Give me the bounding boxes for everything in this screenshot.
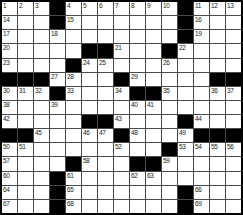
clue-number-5: 5 bbox=[83, 2, 86, 9]
cell-r2c1[interactable]: 14 bbox=[2, 16, 17, 29]
clue-number-22: 22 bbox=[179, 44, 186, 51]
cell-r1c15[interactable]: 13 bbox=[226, 2, 241, 15]
cell-r3c10[interactable] bbox=[146, 30, 161, 43]
cell-r7c5[interactable]: 33 bbox=[66, 87, 81, 100]
cell-r3c2[interactable] bbox=[18, 30, 33, 43]
cell-r13c2[interactable] bbox=[18, 172, 33, 185]
black-cell-r1c12 bbox=[178, 2, 193, 15]
cell-r2c15[interactable] bbox=[226, 16, 241, 29]
cell-r13c5[interactable]: 61 bbox=[66, 172, 81, 185]
cell-r10c4[interactable] bbox=[50, 129, 65, 142]
cell-r15c15[interactable] bbox=[226, 200, 241, 213]
cell-r11c14[interactable]: 55 bbox=[210, 143, 225, 156]
cell-r8c4[interactable]: 39 bbox=[50, 101, 65, 114]
cell-r2c6[interactable] bbox=[82, 16, 97, 29]
black-cell-r12c9 bbox=[130, 157, 145, 170]
cell-r2c7[interactable] bbox=[98, 16, 113, 29]
black-cell-r1c4 bbox=[50, 2, 65, 15]
cell-r6c9[interactable]: 29 bbox=[130, 73, 145, 86]
clue-number-69: 69 bbox=[195, 200, 202, 207]
cell-r6c11[interactable] bbox=[162, 73, 177, 86]
black-cell-r9c7 bbox=[98, 115, 113, 128]
cell-r2c5[interactable]: 15 bbox=[66, 16, 81, 29]
cell-r4c14[interactable] bbox=[210, 44, 225, 57]
cell-r3c4[interactable]: 18 bbox=[50, 30, 65, 43]
cell-r15c2[interactable] bbox=[18, 200, 33, 213]
black-cell-r14c4 bbox=[50, 186, 65, 199]
clue-number-10: 10 bbox=[163, 2, 170, 9]
cell-r9c1[interactable]: 42 bbox=[2, 115, 17, 128]
cell-r7c6[interactable] bbox=[82, 87, 97, 100]
black-cell-r9c6 bbox=[82, 115, 97, 128]
black-cell-r6c14 bbox=[210, 73, 225, 86]
black-cell-r14c12 bbox=[178, 186, 193, 199]
cell-r14c5[interactable]: 65 bbox=[66, 186, 81, 199]
clue-number-67: 67 bbox=[3, 200, 10, 207]
cell-r5c8[interactable] bbox=[114, 59, 129, 72]
cell-r4c12[interactable]: 22 bbox=[178, 44, 193, 57]
cell-r14c9[interactable] bbox=[130, 186, 145, 199]
clue-number-54: 54 bbox=[195, 143, 202, 150]
cell-r10c12[interactable]: 49 bbox=[178, 129, 193, 142]
cell-r11c12[interactable]: 53 bbox=[178, 143, 193, 156]
cell-r2c14[interactable] bbox=[210, 16, 225, 29]
cell-r10c7[interactable]: 47 bbox=[98, 129, 113, 142]
cell-r15c5[interactable]: 68 bbox=[66, 200, 81, 213]
black-cell-r10c8 bbox=[114, 129, 129, 142]
cell-r12c13[interactable] bbox=[194, 157, 209, 170]
clue-number-45: 45 bbox=[35, 129, 42, 136]
cell-r5c7[interactable]: 25 bbox=[98, 59, 113, 72]
cell-r9c4[interactable] bbox=[50, 115, 65, 128]
cell-r5c11[interactable]: 26 bbox=[162, 59, 177, 72]
cell-r15c8[interactable] bbox=[114, 200, 129, 213]
clue-number-26: 26 bbox=[163, 59, 170, 66]
cell-r3c8[interactable] bbox=[114, 30, 129, 43]
cell-r13c10[interactable]: 63 bbox=[146, 172, 161, 185]
cell-r13c9[interactable]: 62 bbox=[130, 172, 145, 185]
cell-r14c8[interactable] bbox=[114, 186, 129, 199]
clue-number-42: 42 bbox=[3, 115, 10, 122]
clue-number-53: 53 bbox=[179, 143, 186, 150]
cell-r5c15[interactable] bbox=[226, 59, 241, 72]
cell-r15c3[interactable] bbox=[34, 200, 49, 213]
cell-r8c10[interactable]: 41 bbox=[146, 101, 161, 114]
clue-number-15: 15 bbox=[67, 16, 74, 23]
clue-number-37: 37 bbox=[227, 87, 234, 94]
cell-r13c6[interactable] bbox=[82, 172, 97, 185]
cell-r1c8[interactable]: 7 bbox=[114, 2, 129, 15]
black-cell-r6c2 bbox=[18, 73, 33, 86]
cell-r11c4[interactable] bbox=[50, 143, 65, 156]
clue-number-50: 50 bbox=[3, 143, 10, 150]
cell-r15c14[interactable] bbox=[210, 200, 225, 213]
cell-r4c5[interactable] bbox=[66, 44, 81, 57]
cell-r4c8[interactable]: 21 bbox=[114, 44, 129, 57]
cell-r13c15[interactable] bbox=[226, 172, 241, 185]
cell-r12c3[interactable] bbox=[34, 157, 49, 170]
black-cell-r10c14 bbox=[210, 129, 225, 142]
cell-r8c9[interactable]: 40 bbox=[130, 101, 145, 114]
clue-number-4: 4 bbox=[67, 2, 70, 9]
clue-number-21: 21 bbox=[115, 44, 122, 51]
cell-r4c1[interactable]: 20 bbox=[2, 44, 17, 57]
cell-r13c13[interactable] bbox=[194, 172, 209, 185]
cell-r12c12[interactable] bbox=[178, 157, 193, 170]
clue-number-20: 20 bbox=[3, 44, 10, 51]
cell-r11c2[interactable]: 51 bbox=[18, 143, 33, 156]
clue-number-7: 7 bbox=[115, 2, 118, 9]
cell-r2c3[interactable] bbox=[34, 16, 49, 29]
crossword-board: 1234567891011121314151617181920212223242… bbox=[0, 0, 243, 215]
cell-r4c4[interactable] bbox=[50, 44, 65, 57]
black-cell-r10c15 bbox=[226, 129, 241, 142]
cell-r6c4[interactable]: 27 bbox=[50, 73, 65, 86]
cell-r9c15[interactable] bbox=[226, 115, 241, 128]
cell-r7c1[interactable]: 30 bbox=[2, 87, 17, 100]
clue-number-36: 36 bbox=[211, 87, 218, 94]
black-cell-r4c11 bbox=[162, 44, 177, 57]
cell-r11c8[interactable]: 52 bbox=[114, 143, 129, 156]
cell-r11c9[interactable] bbox=[130, 143, 145, 156]
clue-number-41: 41 bbox=[147, 101, 154, 108]
black-cell-r2c4 bbox=[50, 16, 65, 29]
cell-r12c4[interactable] bbox=[50, 157, 65, 170]
clue-number-30: 30 bbox=[3, 87, 10, 94]
cell-r10c3[interactable]: 45 bbox=[34, 129, 49, 142]
cell-r11c10[interactable] bbox=[146, 143, 161, 156]
cell-r11c3[interactable] bbox=[34, 143, 49, 156]
cell-r1c14[interactable]: 12 bbox=[210, 2, 225, 15]
cell-r13c12[interactable] bbox=[178, 172, 193, 185]
clue-number-38: 38 bbox=[3, 101, 10, 108]
black-cell-r6c3 bbox=[34, 73, 49, 86]
clue-number-65: 65 bbox=[67, 186, 74, 193]
cell-r1c11[interactable]: 10 bbox=[162, 2, 177, 15]
clue-number-62: 62 bbox=[131, 172, 138, 179]
cell-r7c7[interactable] bbox=[98, 87, 113, 100]
cell-r8c2[interactable] bbox=[18, 101, 33, 114]
cell-r8c1[interactable]: 38 bbox=[2, 101, 17, 114]
clue-number-51: 51 bbox=[19, 143, 26, 150]
cell-r2c10[interactable] bbox=[146, 16, 161, 29]
black-cell-r9c12 bbox=[178, 115, 193, 128]
cell-r4c3[interactable] bbox=[34, 44, 49, 57]
cell-r7c2[interactable]: 31 bbox=[18, 87, 33, 100]
cell-r11c7[interactable] bbox=[98, 143, 113, 156]
cell-r3c6[interactable] bbox=[82, 30, 97, 43]
clue-number-11: 11 bbox=[195, 2, 201, 9]
clue-number-63: 63 bbox=[147, 172, 154, 179]
cell-r5c9[interactable] bbox=[130, 59, 145, 72]
clue-number-43: 43 bbox=[115, 115, 122, 122]
black-cell-r3c12 bbox=[178, 30, 193, 43]
cell-r2c8[interactable] bbox=[114, 16, 129, 29]
cell-r8c7[interactable] bbox=[98, 101, 113, 114]
clue-number-2: 2 bbox=[19, 2, 22, 9]
crossword-grid[interactable]: 1234567891011121314151617181920212223242… bbox=[0, 0, 243, 215]
black-cell-r6c1 bbox=[2, 73, 17, 86]
clue-number-60: 60 bbox=[3, 172, 10, 179]
clue-number-56: 56 bbox=[227, 143, 234, 150]
black-cell-r10c2 bbox=[18, 129, 33, 142]
cell-r14c13[interactable]: 66 bbox=[194, 186, 209, 199]
cell-r8c6[interactable] bbox=[82, 101, 97, 114]
cell-r10c9[interactable]: 48 bbox=[130, 129, 145, 142]
clue-number-19: 19 bbox=[195, 30, 202, 37]
clue-number-52: 52 bbox=[115, 143, 122, 150]
cell-r9c8[interactable]: 43 bbox=[114, 115, 129, 128]
clue-number-17: 17 bbox=[3, 30, 10, 37]
cell-r1c3[interactable]: 3 bbox=[34, 2, 49, 15]
cell-r2c13[interactable]: 16 bbox=[194, 16, 209, 29]
clue-number-16: 16 bbox=[195, 16, 202, 23]
black-cell-r10c13 bbox=[194, 129, 209, 142]
cell-r3c13[interactable]: 19 bbox=[194, 30, 209, 43]
cell-r8c5[interactable] bbox=[66, 101, 81, 114]
cell-r15c9[interactable] bbox=[130, 200, 145, 213]
clue-number-12: 12 bbox=[211, 2, 218, 9]
clue-number-23: 23 bbox=[3, 59, 10, 66]
cell-r9c10[interactable] bbox=[146, 115, 161, 128]
black-cell-r4c6 bbox=[82, 44, 97, 57]
clue-number-3: 3 bbox=[35, 2, 38, 9]
clue-number-66: 66 bbox=[195, 186, 202, 193]
clue-number-31: 31 bbox=[19, 87, 26, 94]
cell-r10c11[interactable] bbox=[162, 129, 177, 142]
clue-number-40: 40 bbox=[131, 101, 138, 108]
black-cell-r15c12 bbox=[178, 200, 193, 213]
clue-number-14: 14 bbox=[3, 16, 10, 23]
cell-r9c3[interactable] bbox=[34, 115, 49, 128]
clue-number-28: 28 bbox=[67, 73, 74, 80]
cell-r8c8[interactable] bbox=[114, 101, 129, 114]
clue-number-61: 61 bbox=[67, 172, 74, 179]
clue-number-35: 35 bbox=[163, 87, 170, 94]
cell-r6c10[interactable] bbox=[146, 73, 161, 86]
cell-r8c15[interactable] bbox=[226, 101, 241, 114]
cell-r3c9[interactable] bbox=[130, 30, 145, 43]
clue-number-55: 55 bbox=[211, 143, 218, 150]
black-cell-r12c10 bbox=[146, 157, 161, 170]
cell-r12c8[interactable] bbox=[114, 157, 129, 170]
cell-r1c7[interactable]: 6 bbox=[98, 2, 113, 15]
clue-number-32: 32 bbox=[35, 87, 42, 94]
cell-r3c15[interactable] bbox=[226, 30, 241, 43]
cell-r8c12[interactable] bbox=[178, 101, 193, 114]
cell-r1c9[interactable]: 8 bbox=[130, 2, 145, 15]
black-cell-r7c9 bbox=[130, 87, 145, 100]
cell-r1c6[interactable]: 5 bbox=[82, 2, 97, 15]
cell-r8c14[interactable] bbox=[210, 101, 225, 114]
cell-r11c1[interactable]: 50 bbox=[2, 143, 17, 156]
cell-r11c13[interactable]: 54 bbox=[194, 143, 209, 156]
cell-r10c6[interactable]: 46 bbox=[82, 129, 97, 142]
cell-r14c10[interactable] bbox=[146, 186, 161, 199]
cell-r4c9[interactable] bbox=[130, 44, 145, 57]
clue-number-58: 58 bbox=[83, 157, 90, 164]
cell-r13c14[interactable] bbox=[210, 172, 225, 185]
black-cell-r13c4 bbox=[50, 172, 65, 185]
cell-r11c5[interactable] bbox=[66, 143, 81, 156]
cell-r9c13[interactable]: 44 bbox=[194, 115, 209, 128]
cell-r11c15[interactable]: 56 bbox=[226, 143, 241, 156]
cell-r5c3[interactable] bbox=[34, 59, 49, 72]
cell-r14c14[interactable] bbox=[210, 186, 225, 199]
clue-number-64: 64 bbox=[3, 186, 10, 193]
cell-r8c3[interactable] bbox=[34, 101, 49, 114]
clue-number-68: 68 bbox=[67, 200, 74, 207]
cell-r13c1[interactable]: 60 bbox=[2, 172, 17, 185]
cell-r2c9[interactable] bbox=[130, 16, 145, 29]
cell-r1c10[interactable]: 9 bbox=[146, 2, 161, 15]
cell-r9c11[interactable] bbox=[162, 115, 177, 128]
clue-number-6: 6 bbox=[99, 2, 102, 9]
cell-r5c2[interactable] bbox=[18, 59, 33, 72]
black-cell-r15c4 bbox=[50, 200, 65, 213]
cell-r6c12[interactable] bbox=[178, 73, 193, 86]
cell-r3c5[interactable] bbox=[66, 30, 81, 43]
cell-r4c2[interactable] bbox=[18, 44, 33, 57]
clue-number-25: 25 bbox=[99, 59, 106, 66]
cell-r12c1[interactable]: 57 bbox=[2, 157, 17, 170]
cell-r5c10[interactable] bbox=[146, 59, 161, 72]
cell-r9c9[interactable] bbox=[130, 115, 145, 128]
cell-r14c11[interactable] bbox=[162, 186, 177, 199]
cell-r13c11[interactable] bbox=[162, 172, 177, 185]
cell-r13c8[interactable] bbox=[114, 172, 129, 185]
cell-r5c6[interactable]: 24 bbox=[82, 59, 97, 72]
black-cell-r10c1 bbox=[2, 129, 17, 142]
cell-r14c7[interactable] bbox=[98, 186, 113, 199]
cell-r7c8[interactable]: 34 bbox=[114, 87, 129, 100]
cell-r7c3[interactable]: 32 bbox=[34, 87, 49, 100]
cell-r9c2[interactable] bbox=[18, 115, 33, 128]
cell-r3c7[interactable] bbox=[98, 30, 113, 43]
clue-number-47: 47 bbox=[99, 129, 106, 136]
cell-r12c6[interactable]: 58 bbox=[82, 157, 97, 170]
cell-r3c14[interactable] bbox=[210, 30, 225, 43]
cell-r6c13[interactable] bbox=[194, 73, 209, 86]
cell-r5c13[interactable] bbox=[194, 59, 209, 72]
cell-r10c10[interactable] bbox=[146, 129, 161, 142]
cell-r10c5[interactable] bbox=[66, 129, 81, 142]
cell-r7c13[interactable] bbox=[194, 87, 209, 100]
cell-r15c13[interactable]: 69 bbox=[194, 200, 209, 213]
cell-r9c14[interactable] bbox=[210, 115, 225, 128]
cell-r6c7[interactable] bbox=[98, 73, 113, 86]
cell-r15c1[interactable]: 67 bbox=[2, 200, 17, 213]
cell-r6c5[interactable]: 28 bbox=[66, 73, 81, 86]
cell-r3c11[interactable] bbox=[162, 30, 177, 43]
cell-r2c2[interactable] bbox=[18, 16, 33, 29]
black-cell-r7c10 bbox=[146, 87, 161, 100]
cell-r4c13[interactable] bbox=[194, 44, 209, 57]
clue-number-24: 24 bbox=[83, 59, 90, 66]
cell-r14c3[interactable] bbox=[34, 186, 49, 199]
cell-r14c6[interactable] bbox=[82, 186, 97, 199]
cell-r5c12[interactable] bbox=[178, 59, 193, 72]
cell-r1c1[interactable]: 1 bbox=[2, 2, 17, 15]
cell-r12c2[interactable] bbox=[18, 157, 33, 170]
cell-r3c1[interactable]: 17 bbox=[2, 30, 17, 43]
cell-r7c12[interactable] bbox=[178, 87, 193, 100]
clue-number-9: 9 bbox=[147, 2, 150, 9]
clue-number-34: 34 bbox=[115, 87, 122, 94]
cell-r12c14[interactable] bbox=[210, 157, 225, 170]
black-cell-r5c5 bbox=[66, 59, 81, 72]
cell-r4c10[interactable] bbox=[146, 44, 161, 57]
clue-number-18: 18 bbox=[51, 30, 58, 37]
cell-r5c4[interactable] bbox=[50, 59, 65, 72]
cell-r4c15[interactable] bbox=[226, 44, 241, 57]
clue-number-39: 39 bbox=[51, 101, 58, 108]
clue-number-33: 33 bbox=[67, 87, 74, 94]
cell-r12c11[interactable]: 59 bbox=[162, 157, 177, 170]
cell-r6c6[interactable] bbox=[82, 73, 97, 86]
cell-r15c11[interactable] bbox=[162, 200, 177, 213]
cell-r15c6[interactable] bbox=[82, 200, 97, 213]
clue-number-49: 49 bbox=[179, 129, 186, 136]
clue-number-44: 44 bbox=[195, 115, 202, 122]
cell-r14c2[interactable] bbox=[18, 186, 33, 199]
clue-number-8: 8 bbox=[131, 2, 134, 9]
clue-number-57: 57 bbox=[3, 157, 10, 164]
cell-r13c3[interactable] bbox=[34, 172, 49, 185]
cell-r5c14[interactable] bbox=[210, 59, 225, 72]
cell-r11c6[interactable] bbox=[82, 143, 97, 156]
cell-r8c11[interactable] bbox=[162, 101, 177, 114]
cell-r1c2[interactable]: 2 bbox=[18, 2, 33, 15]
cell-r9c5[interactable] bbox=[66, 115, 81, 128]
cell-r7c14[interactable]: 36 bbox=[210, 87, 225, 100]
black-cell-r6c15 bbox=[226, 73, 241, 86]
cell-r13c7[interactable] bbox=[98, 172, 113, 185]
cell-r1c5[interactable]: 4 bbox=[66, 2, 81, 15]
cell-r8c13[interactable] bbox=[194, 101, 209, 114]
cell-r15c7[interactable] bbox=[98, 200, 113, 213]
cell-r5c1[interactable]: 23 bbox=[2, 59, 17, 72]
clue-number-48: 48 bbox=[131, 129, 138, 136]
cell-r1c13[interactable]: 11 bbox=[194, 2, 209, 15]
black-cell-r4c7 bbox=[98, 44, 113, 57]
cell-r7c15[interactable]: 37 bbox=[226, 87, 241, 100]
clue-number-29: 29 bbox=[131, 73, 138, 80]
clue-number-46: 46 bbox=[83, 129, 90, 136]
cell-r3c3[interactable] bbox=[34, 30, 49, 43]
clue-number-13: 13 bbox=[227, 2, 234, 9]
clue-number-59: 59 bbox=[163, 157, 170, 164]
clue-number-27: 27 bbox=[51, 73, 58, 80]
cell-r12c15[interactable] bbox=[226, 157, 241, 170]
cell-r14c15[interactable] bbox=[226, 186, 241, 199]
black-cell-r11c11 bbox=[162, 143, 177, 156]
black-cell-r2c12 bbox=[178, 16, 193, 29]
black-cell-r12c5 bbox=[66, 157, 81, 170]
cell-r7c11[interactable]: 35 bbox=[162, 87, 177, 100]
cell-r15c10[interactable] bbox=[146, 200, 161, 213]
clue-number-1: 1 bbox=[3, 2, 6, 9]
black-cell-r7c4 bbox=[50, 87, 65, 100]
cell-r2c11[interactable] bbox=[162, 16, 177, 29]
cell-r14c1[interactable]: 64 bbox=[2, 186, 17, 199]
cell-r12c7[interactable] bbox=[98, 157, 113, 170]
black-cell-r6c8 bbox=[114, 73, 129, 86]
